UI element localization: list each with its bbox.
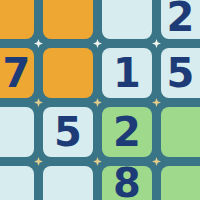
cell-r2c1[interactable]: 7 <box>0 48 34 98</box>
cell-digit: 5 <box>54 112 82 152</box>
cell-digit: 2 <box>167 0 195 37</box>
cell-r1c1[interactable] <box>0 0 34 39</box>
cell-r4c3[interactable]: 8 <box>102 166 152 200</box>
cell-r4c1[interactable] <box>0 166 34 200</box>
puzzle-board-viewport: 2715528 <box>0 0 200 200</box>
intersection-diamond-icon <box>93 39 102 48</box>
cell-digit: 1 <box>113 53 141 93</box>
cell-r3c2[interactable]: 5 <box>43 107 93 157</box>
cell-r3c1[interactable] <box>0 107 34 157</box>
cell-digit: 5 <box>167 53 195 93</box>
cell-r4c4[interactable] <box>161 166 200 200</box>
puzzle-grid: 2715528 <box>0 0 200 200</box>
intersection-diamond-icon <box>152 157 161 166</box>
cell-r2c4[interactable]: 5 <box>161 48 200 98</box>
intersection-diamond-icon <box>34 98 43 107</box>
intersection-diamond-icon <box>152 39 161 48</box>
cell-r1c4[interactable]: 2 <box>161 0 200 39</box>
cell-r2c3[interactable]: 1 <box>102 48 152 98</box>
cell-digit: 7 <box>3 53 31 93</box>
cell-r1c2[interactable] <box>43 0 93 39</box>
cell-r2c2[interactable] <box>43 48 93 98</box>
intersection-diamond-icon <box>152 98 161 107</box>
cell-r1c3[interactable] <box>102 0 152 39</box>
intersection-diamond-icon <box>34 39 43 48</box>
cell-r4c2[interactable] <box>43 166 93 200</box>
cell-r3c3[interactable]: 2 <box>102 107 152 157</box>
intersection-diamond-icon <box>34 157 43 166</box>
intersection-diamond-icon <box>93 98 102 107</box>
cell-r3c4[interactable] <box>161 107 200 157</box>
cell-digit: 8 <box>113 163 141 200</box>
intersection-diamond-icon <box>93 157 102 166</box>
cell-digit: 2 <box>113 112 141 152</box>
